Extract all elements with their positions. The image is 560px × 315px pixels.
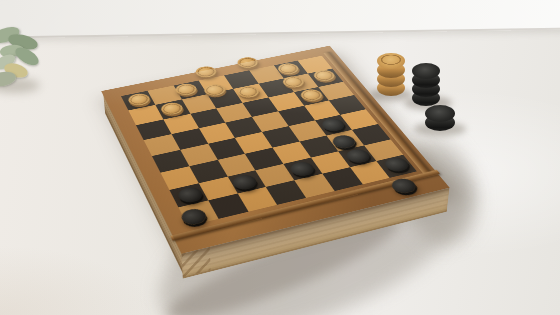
square-7-4 [255, 164, 294, 187]
square-7-6 [311, 151, 350, 174]
square-5-1 [152, 150, 189, 173]
square-6-5 [272, 141, 310, 163]
dark-piece [388, 177, 419, 195]
square-6-3 [217, 154, 255, 177]
dark-piece [178, 207, 209, 227]
succulent-plant [0, 0, 60, 100]
dark-pieces-pair [425, 105, 455, 132]
light-piece [310, 69, 337, 83]
dark-disc [412, 63, 440, 79]
square-7-5 [283, 157, 322, 180]
dark-disc [425, 105, 455, 122]
light-piece [159, 101, 186, 116]
square-7-8 [364, 139, 403, 161]
dark-pieces-stack [412, 63, 440, 107]
dark-piece [288, 160, 318, 178]
light-piece [280, 75, 307, 89]
square-8-6 [322, 167, 362, 191]
square-5-3 [208, 138, 245, 160]
light-piece [235, 85, 262, 100]
light-piece [126, 92, 152, 107]
square-6-6 [299, 136, 337, 158]
square-8-8 [377, 155, 417, 178]
light-piece [298, 88, 325, 103]
square-8-3 [237, 187, 277, 212]
dark-piece [381, 156, 412, 173]
square-7-1 [169, 183, 208, 208]
light-disc [377, 53, 405, 69]
square-7-3 [227, 170, 266, 194]
square-8-2 [208, 194, 248, 219]
square-4-1 [144, 134, 180, 156]
dark-piece [343, 147, 373, 164]
light-pieces-stack [377, 53, 405, 97]
square-6-4 [245, 147, 283, 169]
dark-piece [319, 117, 348, 133]
square-8-1 [178, 201, 218, 227]
light-piece [173, 82, 199, 96]
square-8-4 [266, 180, 306, 204]
square-5-2 [180, 144, 217, 166]
square-7-7 [338, 145, 377, 167]
light-piece [202, 83, 228, 97]
square-7-2 [198, 176, 237, 200]
dark-piece [230, 173, 260, 191]
dark-piece [175, 185, 205, 204]
square-6-1 [160, 166, 198, 190]
square-8-5 [294, 174, 334, 198]
square-6-2 [189, 160, 227, 183]
square-8-7 [350, 161, 390, 184]
photo-scene [0, 0, 560, 315]
dark-piece [330, 133, 359, 150]
light-piece [275, 62, 301, 76]
